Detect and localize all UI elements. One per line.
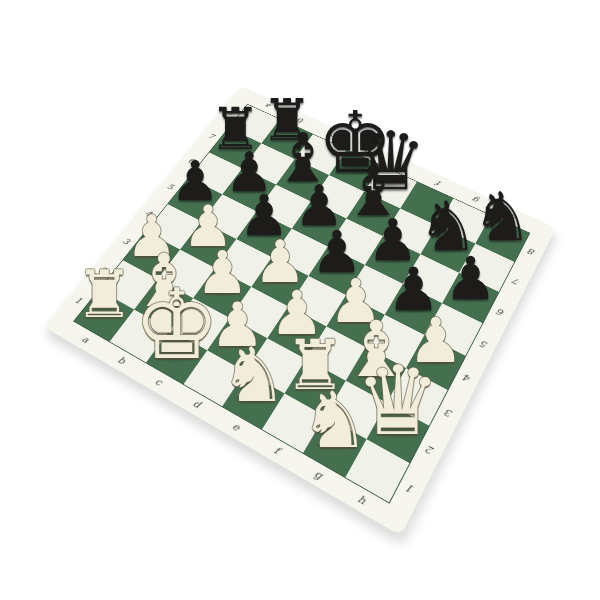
piece-white-knight-g1[interactable]: ♞ [296, 382, 374, 460]
piece-white-king-c1[interactable]: ♚ [128, 277, 225, 374]
piece-black-pawn-h6[interactable]: ♟ [441, 249, 500, 308]
piece-white-knight-e1[interactable]: ♞ [216, 338, 291, 413]
piece-white-rook-a1[interactable]: ♜ [72, 262, 138, 328]
chessboard-product-photo: aabbccddeeffgghh1122334455667788 ♜♚♛♞♜♝♝… [0, 0, 600, 600]
